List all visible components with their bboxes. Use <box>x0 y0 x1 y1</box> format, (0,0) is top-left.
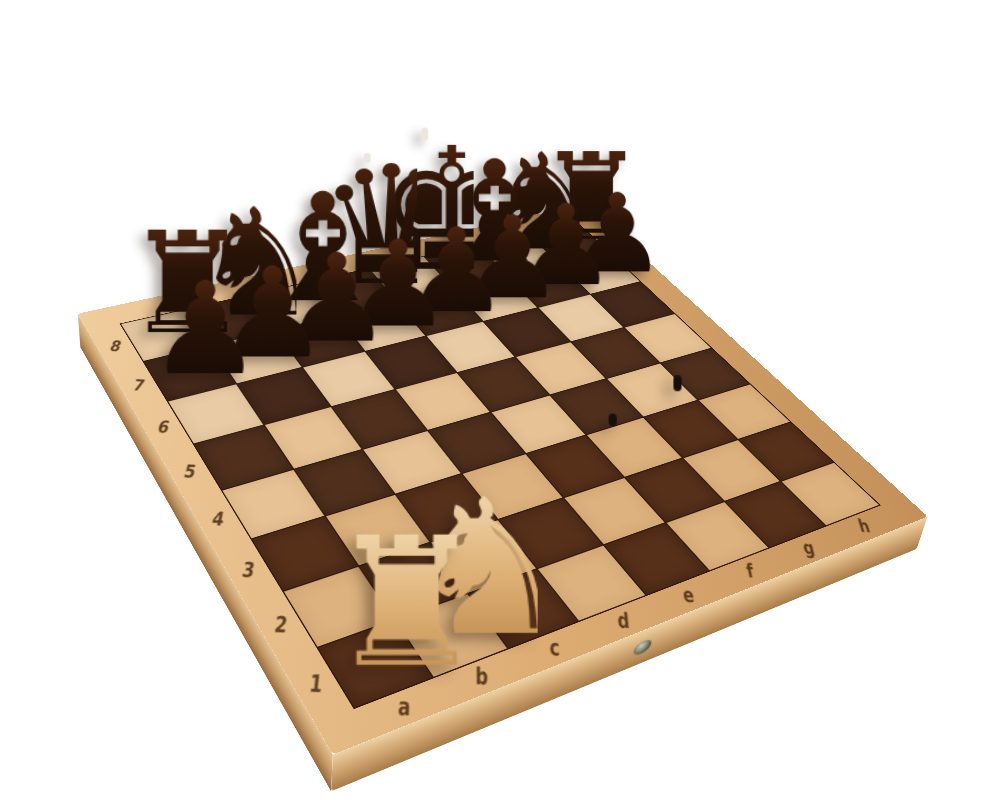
file-label-a: a <box>388 692 420 722</box>
black-pawn-a7[interactable]: ♟ <box>148 265 258 393</box>
white-rook-a1[interactable]: ♜ <box>327 514 463 692</box>
chess-board: ♜♞♝♛♚♝♞♜♟♟♟♟♟♟♟♟♟♟♟♟♟♟♟♟♜♞♝♛♚♝♞♜ 1234567… <box>78 204 928 755</box>
rank-label-4: 4 <box>202 507 234 531</box>
board-perspective-wrap: ♜♞♝♛♚♝♞♜♟♟♟♟♟♟♟♟♟♟♟♟♟♟♟♟♜♞♝♛♚♝♞♜ 1234567… <box>193 115 788 710</box>
photo-background: ♜♞♝♛♚♝♞♜♟♟♟♟♟♟♟♟♟♟♟♟♟♟♟♟♜♞♝♛♚♝♞♜ 1234567… <box>0 0 1000 800</box>
rank-label-8: 8 <box>100 337 130 355</box>
rank-label-5: 5 <box>174 461 206 483</box>
rank-label-6: 6 <box>148 417 179 438</box>
rank-label-3: 3 <box>232 558 265 583</box>
